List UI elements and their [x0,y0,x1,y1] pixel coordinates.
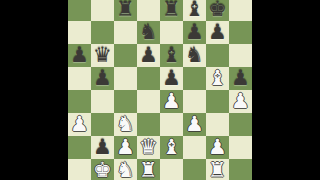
white-pawn-h4: ♟ [231,90,250,113]
square-h8[interactable] [229,0,252,21]
square-g8[interactable]: ♚ [206,0,229,21]
square-b7[interactable] [91,21,114,44]
white-knight-c1: ♞ [116,159,135,180]
square-c6[interactable] [114,44,137,67]
white-pawn-e4: ♟ [162,90,181,113]
square-c2[interactable]: ♟ [114,136,137,159]
square-d1[interactable]: ♜ [137,159,160,180]
square-g7[interactable]: ♟ [206,21,229,44]
square-c1[interactable]: ♞ [114,159,137,180]
white-king-b1: ♚ [93,159,112,180]
square-b6[interactable]: ♛ [91,44,114,67]
square-g3[interactable] [206,113,229,136]
square-g4[interactable] [206,90,229,113]
square-a3[interactable]: ♟ [68,113,91,136]
square-g5[interactable]: ♝ [206,67,229,90]
square-b2[interactable]: ♟ [91,136,114,159]
square-d4[interactable] [137,90,160,113]
black-pawn-b5: ♟ [93,67,112,90]
square-b3[interactable] [91,113,114,136]
square-f3[interactable]: ♟ [183,113,206,136]
square-e2[interactable]: ♝ [160,136,183,159]
white-bishop-g5: ♝ [208,67,227,90]
square-f1[interactable] [183,159,206,180]
square-c4[interactable] [114,90,137,113]
square-c5[interactable] [114,67,137,90]
square-b1[interactable]: ♚ [91,159,114,180]
square-b8[interactable] [91,0,114,21]
square-a2[interactable] [68,136,91,159]
white-pawn-g2: ♟ [208,136,227,159]
square-e8[interactable]: ♜ [160,0,183,21]
square-h3[interactable] [229,113,252,136]
chess-app-viewport: ♜♜♝♚♞♟♟♟♛♟♝♞♟♟♝♟♟♟♟♞♟♟♟♛♝♟♚♞♜♜ [0,0,320,180]
square-a7[interactable] [68,21,91,44]
square-g1[interactable]: ♜ [206,159,229,180]
square-d8[interactable] [137,0,160,21]
square-e5[interactable]: ♟ [160,67,183,90]
black-knight-d7: ♞ [139,21,158,44]
white-queen-d2: ♛ [139,136,158,159]
square-h4[interactable]: ♟ [229,90,252,113]
black-bishop-f8: ♝ [185,0,204,21]
white-pawn-a3: ♟ [70,113,89,136]
black-pawn-e5: ♟ [162,67,181,90]
black-rook-c8: ♜ [116,0,135,21]
square-h5[interactable]: ♟ [229,67,252,90]
white-bishop-e2: ♝ [162,136,181,159]
square-c3[interactable]: ♞ [114,113,137,136]
square-c7[interactable] [114,21,137,44]
square-e6[interactable]: ♝ [160,44,183,67]
white-pawn-c2: ♟ [116,136,135,159]
square-b5[interactable]: ♟ [91,67,114,90]
black-king-g8: ♚ [208,0,227,21]
square-g2[interactable]: ♟ [206,136,229,159]
black-pawn-a6: ♟ [70,44,89,67]
white-rook-g1: ♜ [208,159,227,180]
square-f2[interactable] [183,136,206,159]
square-f8[interactable]: ♝ [183,0,206,21]
square-d7[interactable]: ♞ [137,21,160,44]
square-b4[interactable] [91,90,114,113]
black-rook-e8: ♜ [162,0,181,21]
square-g6[interactable] [206,44,229,67]
square-h1[interactable] [229,159,252,180]
square-d2[interactable]: ♛ [137,136,160,159]
square-f6[interactable]: ♞ [183,44,206,67]
square-c8[interactable]: ♜ [114,0,137,21]
square-f7[interactable]: ♟ [183,21,206,44]
square-d6[interactable]: ♟ [137,44,160,67]
black-pawn-g7: ♟ [208,21,227,44]
square-h6[interactable] [229,44,252,67]
square-a1[interactable] [68,159,91,180]
black-queen-b6: ♛ [93,44,112,67]
white-knight-c3: ♞ [116,113,135,136]
square-a8[interactable] [68,0,91,21]
square-a4[interactable] [68,90,91,113]
black-pawn-f7: ♟ [185,21,204,44]
square-f5[interactable] [183,67,206,90]
square-e7[interactable] [160,21,183,44]
square-d5[interactable] [137,67,160,90]
chess-board: ♜♜♝♚♞♟♟♟♛♟♝♞♟♟♝♟♟♟♟♞♟♟♟♛♝♟♚♞♜♜ [68,0,252,180]
square-a5[interactable] [68,67,91,90]
square-h7[interactable] [229,21,252,44]
black-pawn-b2: ♟ [93,136,112,159]
black-knight-f6: ♞ [185,44,204,67]
square-d3[interactable] [137,113,160,136]
white-rook-d1: ♜ [139,159,158,180]
square-e4[interactable]: ♟ [160,90,183,113]
square-e1[interactable] [160,159,183,180]
black-pawn-d6: ♟ [139,44,158,67]
square-e3[interactable] [160,113,183,136]
square-f4[interactable] [183,90,206,113]
square-a6[interactable]: ♟ [68,44,91,67]
white-pawn-f3: ♟ [185,113,204,136]
black-pawn-h5: ♟ [231,67,250,90]
square-h2[interactable] [229,136,252,159]
black-bishop-e6: ♝ [162,44,181,67]
